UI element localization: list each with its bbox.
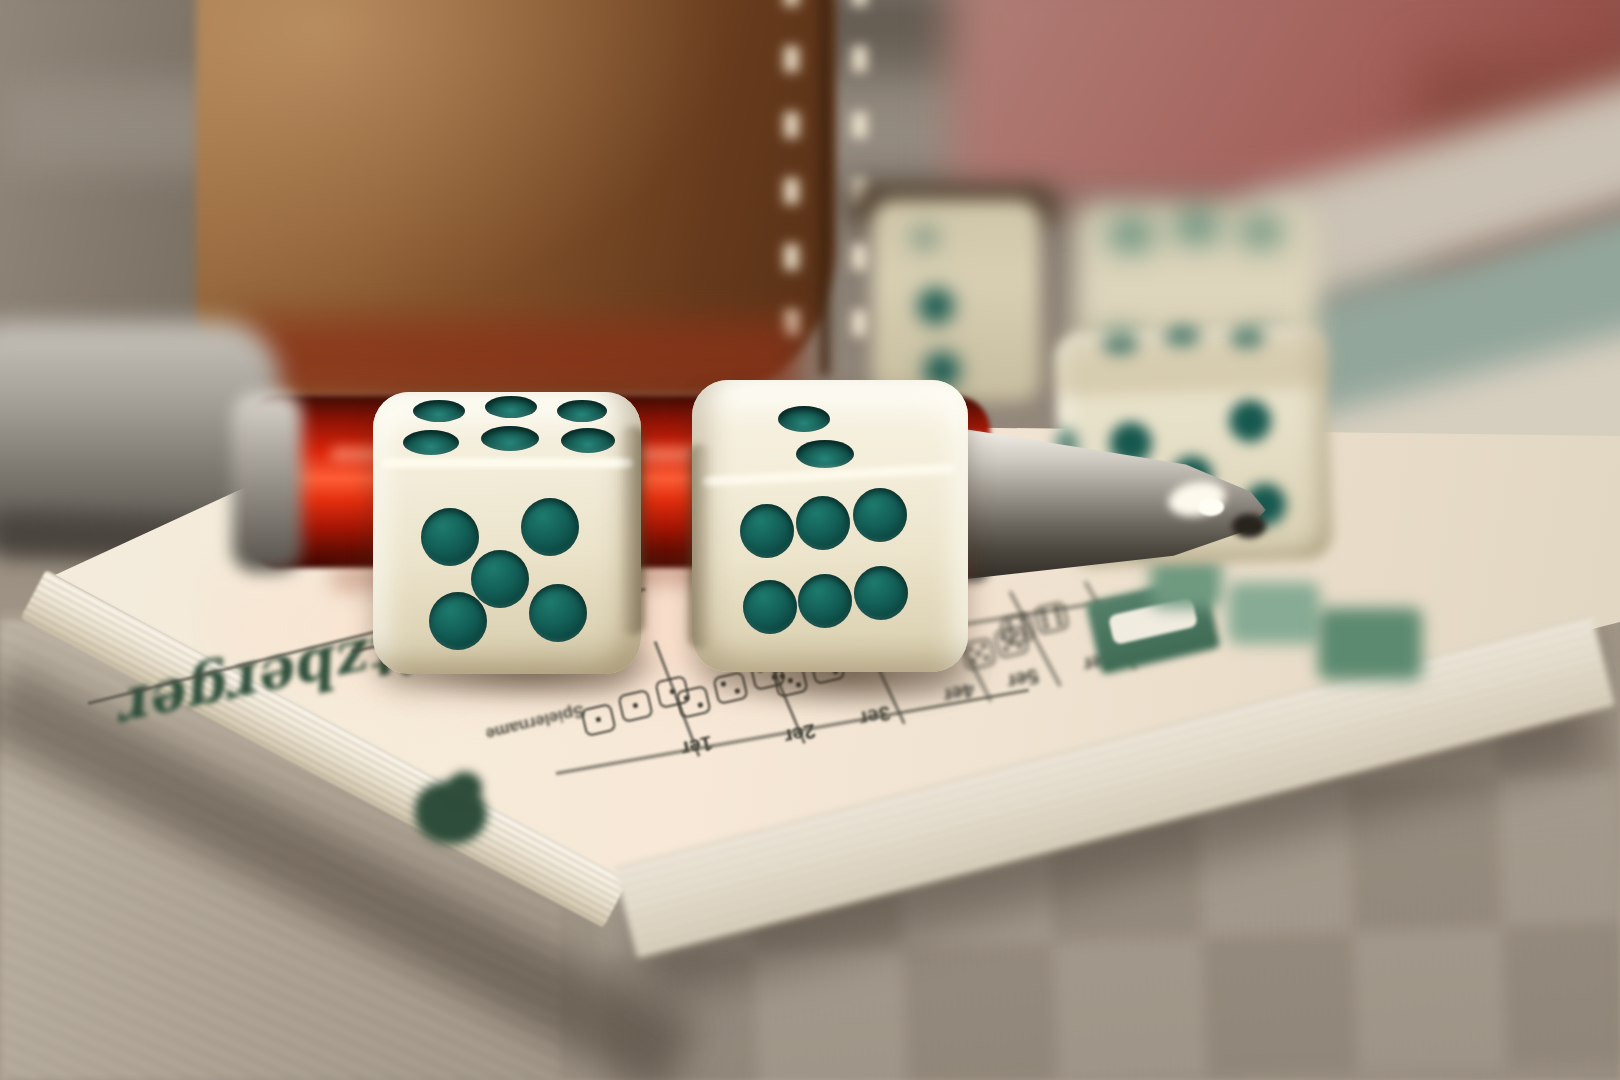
sheet-green-cell [1228,582,1320,644]
pen-ballpoint-tip [1232,514,1266,538]
sheet-green-cell [1318,608,1422,680]
brand-crest-icon [448,772,482,802]
pen-tip-specular [1198,498,1224,516]
die-five-six [373,392,641,674]
cup-seam [820,0,829,376]
photo-scene: Fritzberger Spielername 1er 2er 3er 4er … [0,0,1620,1080]
die-six-two [692,380,968,672]
blurred-die-two [872,200,1040,402]
pen-silver-joint [232,392,302,572]
